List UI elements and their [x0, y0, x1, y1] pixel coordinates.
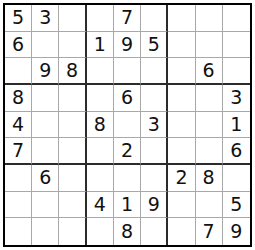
sudoku-cell-r2c2[interactable]: [32, 32, 59, 59]
sudoku-cell-r4c3[interactable]: [59, 85, 86, 112]
sudoku-cell-r6c5[interactable]: 2: [114, 138, 141, 165]
sudoku-cell-r4c1[interactable]: 8: [5, 85, 32, 112]
sudoku-cell-r3c3[interactable]: 8: [59, 58, 86, 85]
sudoku-cell-r5c6[interactable]: 3: [141, 112, 168, 139]
sudoku-board: 537619598686348317266284195879: [3, 3, 252, 247]
sudoku-cell-r9c2[interactable]: [32, 218, 59, 245]
sudoku-cell-r7c7[interactable]: 2: [168, 165, 195, 192]
sudoku-cell-r5c5[interactable]: [114, 112, 141, 139]
sudoku-cell-r3c1[interactable]: [5, 58, 32, 85]
sudoku-cell-r4c8[interactable]: [196, 85, 223, 112]
sudoku-cell-r6c9[interactable]: 6: [223, 138, 250, 165]
sudoku-cell-r9c5[interactable]: 8: [114, 218, 141, 245]
sudoku-cell-r7c1[interactable]: [5, 165, 32, 192]
sudoku-cell-r9c3[interactable]: [59, 218, 86, 245]
sudoku-cell-r8c9[interactable]: 5: [223, 192, 250, 219]
sudoku-cell-r1c8[interactable]: [196, 5, 223, 32]
sudoku-cell-r9c9[interactable]: 9: [223, 218, 250, 245]
sudoku-cell-r3c2[interactable]: 9: [32, 58, 59, 85]
sudoku-cell-r2c4[interactable]: 1: [87, 32, 114, 59]
sudoku-cell-r6c4[interactable]: [87, 138, 114, 165]
sudoku-cell-r4c2[interactable]: [32, 85, 59, 112]
sudoku-cell-r6c6[interactable]: [141, 138, 168, 165]
sudoku-cell-r8c6[interactable]: 9: [141, 192, 168, 219]
sudoku-cell-r7c5[interactable]: [114, 165, 141, 192]
sudoku-cell-r5c3[interactable]: [59, 112, 86, 139]
sudoku-cell-r2c5[interactable]: 9: [114, 32, 141, 59]
sudoku-cell-r5c2[interactable]: [32, 112, 59, 139]
sudoku-cell-r1c4[interactable]: [87, 5, 114, 32]
sudoku-cell-r1c1[interactable]: 5: [5, 5, 32, 32]
sudoku-cell-r9c6[interactable]: [141, 218, 168, 245]
sudoku-cell-r3c5[interactable]: [114, 58, 141, 85]
sudoku-cell-r3c4[interactable]: [87, 58, 114, 85]
sudoku-cell-r7c8[interactable]: 8: [196, 165, 223, 192]
sudoku-cell-r4c5[interactable]: 6: [114, 85, 141, 112]
sudoku-cell-r1c5[interactable]: 7: [114, 5, 141, 32]
sudoku-cell-r9c7[interactable]: [168, 218, 195, 245]
sudoku-cell-r4c9[interactable]: 3: [223, 85, 250, 112]
sudoku-cell-r5c7[interactable]: [168, 112, 195, 139]
sudoku-cell-r8c3[interactable]: [59, 192, 86, 219]
sudoku-cell-r5c4[interactable]: 8: [87, 112, 114, 139]
sudoku-cell-r6c1[interactable]: 7: [5, 138, 32, 165]
sudoku-cell-r3c8[interactable]: 6: [196, 58, 223, 85]
sudoku-cell-r6c7[interactable]: [168, 138, 195, 165]
sudoku-cell-r7c2[interactable]: 6: [32, 165, 59, 192]
sudoku-cell-r1c6[interactable]: [141, 5, 168, 32]
sudoku-cell-r7c9[interactable]: [223, 165, 250, 192]
sudoku-cell-r8c2[interactable]: [32, 192, 59, 219]
sudoku-cell-r9c1[interactable]: [5, 218, 32, 245]
sudoku-cell-r2c3[interactable]: [59, 32, 86, 59]
sudoku-cell-r6c3[interactable]: [59, 138, 86, 165]
sudoku-cell-r9c4[interactable]: [87, 218, 114, 245]
sudoku-cell-r4c7[interactable]: [168, 85, 195, 112]
sudoku-cell-r2c8[interactable]: [196, 32, 223, 59]
sudoku-cell-r7c4[interactable]: [87, 165, 114, 192]
sudoku-cell-r3c9[interactable]: [223, 58, 250, 85]
sudoku-cell-r1c2[interactable]: 3: [32, 5, 59, 32]
sudoku-cell-r8c7[interactable]: [168, 192, 195, 219]
sudoku-cell-r3c7[interactable]: [168, 58, 195, 85]
sudoku-cell-r6c2[interactable]: [32, 138, 59, 165]
sudoku-cell-r5c1[interactable]: 4: [5, 112, 32, 139]
sudoku-cell-r7c3[interactable]: [59, 165, 86, 192]
sudoku-cell-r8c1[interactable]: [5, 192, 32, 219]
sudoku-cell-r2c9[interactable]: [223, 32, 250, 59]
sudoku-cell-r1c3[interactable]: [59, 5, 86, 32]
sudoku-cell-r4c4[interactable]: [87, 85, 114, 112]
sudoku-cell-r8c4[interactable]: 4: [87, 192, 114, 219]
sudoku-cell-r5c9[interactable]: 1: [223, 112, 250, 139]
sudoku-cell-r7c6[interactable]: [141, 165, 168, 192]
sudoku-cell-r3c6[interactable]: [141, 58, 168, 85]
sudoku-cell-r9c8[interactable]: 7: [196, 218, 223, 245]
sudoku-cell-r6c8[interactable]: [196, 138, 223, 165]
sudoku-cell-r5c8[interactable]: [196, 112, 223, 139]
sudoku-cell-r1c7[interactable]: [168, 5, 195, 32]
sudoku-page: 537619598686348317266284195879: [0, 0, 255, 250]
sudoku-cell-r1c9[interactable]: [223, 5, 250, 32]
sudoku-cell-r8c5[interactable]: 1: [114, 192, 141, 219]
sudoku-cell-r2c6[interactable]: 5: [141, 32, 168, 59]
sudoku-cell-r2c1[interactable]: 6: [5, 32, 32, 59]
sudoku-cell-r8c8[interactable]: [196, 192, 223, 219]
sudoku-cell-r4c6[interactable]: [141, 85, 168, 112]
sudoku-cell-r2c7[interactable]: [168, 32, 195, 59]
